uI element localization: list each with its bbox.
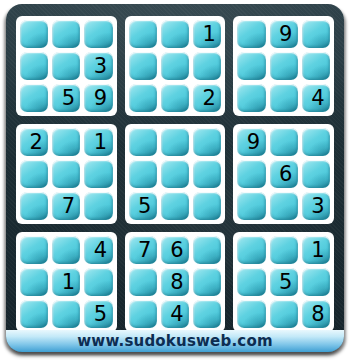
cell-r5c6[interactable] [193, 160, 221, 188]
cell-r2c5[interactable] [161, 52, 189, 80]
cell-r5c2[interactable] [52, 160, 80, 188]
cell-r4c4[interactable] [129, 128, 157, 156]
cell-r6c3[interactable] [84, 192, 112, 220]
cell-digit: 6 [170, 240, 183, 261]
cell-digit: 5 [279, 272, 292, 293]
box-5: 5 [125, 124, 226, 224]
cell-r2c2[interactable] [52, 52, 80, 80]
cell-r4c6[interactable] [193, 128, 221, 156]
cell-r5c1[interactable] [20, 160, 48, 188]
footer-bar: www.sudokusweb.com [6, 330, 344, 352]
cell-r7c8[interactable] [270, 236, 298, 264]
cell-r9c9[interactable]: 8 [302, 300, 330, 328]
cell-r3c1[interactable] [20, 84, 48, 112]
cell-r1c1[interactable] [20, 20, 48, 48]
cell-digit: 1 [203, 24, 216, 45]
cell-r2c7[interactable] [237, 52, 265, 80]
cell-r7c9[interactable]: 1 [302, 236, 330, 264]
cell-digit: 5 [138, 196, 151, 217]
cell-r5c5[interactable] [161, 160, 189, 188]
box-9: 158 [233, 232, 334, 332]
cell-r2c3[interactable]: 3 [84, 52, 112, 80]
cell-r9c7[interactable] [237, 300, 265, 328]
cell-r1c5[interactable] [161, 20, 189, 48]
cell-r7c5[interactable]: 6 [161, 236, 189, 264]
cell-digit: 1 [311, 240, 324, 261]
cell-r3c9[interactable]: 4 [302, 84, 330, 112]
box-1: 359 [16, 16, 117, 116]
cell-r9c8[interactable] [270, 300, 298, 328]
cell-r4c8[interactable] [270, 128, 298, 156]
box-3: 94 [233, 16, 334, 116]
box-7: 415 [16, 232, 117, 332]
cell-digit: 6 [279, 164, 292, 185]
cell-r1c6[interactable]: 1 [193, 20, 221, 48]
cell-r8c5[interactable]: 8 [161, 268, 189, 296]
cell-r2c1[interactable] [20, 52, 48, 80]
cell-r8c3[interactable] [84, 268, 112, 296]
cell-r6c2[interactable]: 7 [52, 192, 80, 220]
cell-r2c8[interactable] [270, 52, 298, 80]
board-frame: 359129421759634157684158 www.sudokusweb.… [6, 4, 344, 352]
cell-r9c2[interactable] [52, 300, 80, 328]
cell-digit: 9 [279, 24, 292, 45]
cell-digit: 2 [29, 132, 42, 153]
cell-r9c4[interactable] [129, 300, 157, 328]
cell-digit: 5 [62, 88, 75, 109]
cell-digit: 3 [94, 56, 107, 77]
cell-r5c9[interactable] [302, 160, 330, 188]
cell-r8c2[interactable]: 1 [52, 268, 80, 296]
cell-r6c9[interactable]: 3 [302, 192, 330, 220]
cell-r5c3[interactable] [84, 160, 112, 188]
cell-r2c9[interactable] [302, 52, 330, 80]
cell-digit: 2 [203, 88, 216, 109]
cell-r8c7[interactable] [237, 268, 265, 296]
cell-r3c8[interactable] [270, 84, 298, 112]
cell-r7c3[interactable]: 4 [84, 236, 112, 264]
cell-r5c8[interactable]: 6 [270, 160, 298, 188]
cell-digit: 7 [138, 240, 151, 261]
sudoku-board: 359129421759634157684158 [16, 16, 334, 332]
cell-r3c3[interactable]: 9 [84, 84, 112, 112]
cell-r7c4[interactable]: 7 [129, 236, 157, 264]
cell-r4c3[interactable]: 1 [84, 128, 112, 156]
cell-digit: 8 [170, 272, 183, 293]
cell-r9c5[interactable]: 4 [161, 300, 189, 328]
cell-r5c7[interactable] [237, 160, 265, 188]
cell-r6c6[interactable] [193, 192, 221, 220]
cell-r7c2[interactable] [52, 236, 80, 264]
cell-r8c9[interactable] [302, 268, 330, 296]
cell-r6c8[interactable] [270, 192, 298, 220]
cell-r8c1[interactable] [20, 268, 48, 296]
cell-r2c4[interactable] [129, 52, 157, 80]
cell-digit: 3 [311, 196, 324, 217]
cell-r4c1[interactable]: 2 [20, 128, 48, 156]
cell-r6c7[interactable] [237, 192, 265, 220]
cell-r5c4[interactable] [129, 160, 157, 188]
cell-r6c5[interactable] [161, 192, 189, 220]
box-2: 12 [125, 16, 226, 116]
cell-digit: 9 [94, 88, 107, 109]
cell-r3c6[interactable]: 2 [193, 84, 221, 112]
cell-digit: 4 [311, 88, 324, 109]
box-4: 217 [16, 124, 117, 224]
cell-r7c7[interactable] [237, 236, 265, 264]
cell-r8c8[interactable]: 5 [270, 268, 298, 296]
cell-digit: 4 [170, 304, 183, 325]
cell-digit: 8 [311, 304, 324, 325]
cell-r8c6[interactable] [193, 268, 221, 296]
box-8: 7684 [125, 232, 226, 332]
cell-r4c2[interactable] [52, 128, 80, 156]
cell-r1c8[interactable]: 9 [270, 20, 298, 48]
cell-r6c4[interactable]: 5 [129, 192, 157, 220]
cell-r7c1[interactable] [20, 236, 48, 264]
cell-r1c4[interactable] [129, 20, 157, 48]
cell-digit: 1 [62, 272, 75, 293]
cell-r1c3[interactable] [84, 20, 112, 48]
cell-digit: 9 [247, 132, 260, 153]
cell-r9c6[interactable] [193, 300, 221, 328]
cell-digit: 7 [62, 196, 75, 217]
cell-digit: 5 [94, 304, 107, 325]
cell-r3c7[interactable] [237, 84, 265, 112]
page: 359129421759634157684158 www.sudokusweb.… [0, 0, 350, 360]
cell-r1c7[interactable] [237, 20, 265, 48]
cell-r9c1[interactable] [20, 300, 48, 328]
cell-r2c6[interactable] [193, 52, 221, 80]
cell-r1c2[interactable] [52, 20, 80, 48]
cell-r7c6[interactable] [193, 236, 221, 264]
cell-r3c5[interactable] [161, 84, 189, 112]
box-6: 963 [233, 124, 334, 224]
cell-r1c9[interactable] [302, 20, 330, 48]
cell-r6c1[interactable] [20, 192, 48, 220]
footer-link[interactable]: www.sudokusweb.com [77, 332, 272, 350]
cell-r4c7[interactable]: 9 [237, 128, 265, 156]
cell-r9c3[interactable]: 5 [84, 300, 112, 328]
cell-digit: 1 [94, 132, 107, 153]
cell-r4c5[interactable] [161, 128, 189, 156]
cell-r3c2[interactable]: 5 [52, 84, 80, 112]
cell-r3c4[interactable] [129, 84, 157, 112]
cell-r4c9[interactable] [302, 128, 330, 156]
cell-r8c4[interactable] [129, 268, 157, 296]
cell-digit: 4 [94, 240, 107, 261]
